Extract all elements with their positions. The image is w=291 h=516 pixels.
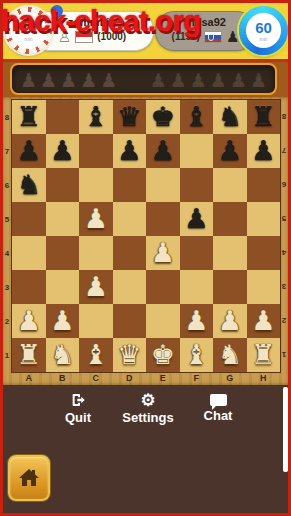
file-label: D — [113, 372, 147, 385]
chess-piece-black-r[interactable]: ♜ — [17, 100, 41, 134]
chess-piece-white-b[interactable]: ♝ — [84, 338, 108, 372]
board-square[interactable] — [247, 236, 281, 270]
watermark: hack-cheat.org — [1, 4, 200, 38]
chess-piece-black-p[interactable]: ♟ — [184, 202, 208, 236]
board-square[interactable]: ♟ — [46, 134, 80, 168]
chess-piece-black-b[interactable]: ♝ — [184, 100, 208, 134]
file-label: G — [213, 372, 247, 385]
board-square[interactable]: ♟ — [247, 134, 281, 168]
board-square[interactable] — [146, 202, 180, 236]
board-square[interactable] — [180, 168, 214, 202]
settings-label: Settings — [122, 410, 173, 425]
rank-label: 6 — [3, 168, 11, 202]
board-square[interactable] — [79, 236, 113, 270]
ghost-piece: ♟ — [170, 67, 187, 93]
board-square[interactable] — [46, 168, 80, 202]
board-square[interactable] — [146, 304, 180, 338]
quit-exit-icon — [70, 392, 86, 408]
board-square[interactable] — [12, 202, 46, 236]
board-square[interactable]: ♚ — [146, 100, 180, 134]
rank-labels-right: 87654321 — [280, 100, 288, 372]
board-square[interactable]: ♟ — [12, 304, 46, 338]
board-square[interactable]: ♟ — [146, 236, 180, 270]
board-square[interactable]: ♟ — [180, 202, 214, 236]
rank-label: 5 — [3, 202, 11, 236]
board-square[interactable] — [213, 236, 247, 270]
board-square[interactable] — [12, 270, 46, 304]
rank-label: 1 — [280, 338, 288, 372]
board-square[interactable]: ♛ — [113, 100, 147, 134]
chess-piece-white-q[interactable]: ♛ — [117, 338, 141, 372]
ghost-piece: ♟ — [150, 67, 167, 93]
board-square[interactable] — [247, 202, 281, 236]
board-square[interactable]: ♜ — [247, 100, 281, 134]
board-square[interactable] — [113, 304, 147, 338]
board-square[interactable]: ♟ — [113, 134, 147, 168]
chess-piece-black-k[interactable]: ♚ — [151, 100, 175, 134]
board-square[interactable]: ♞ — [12, 168, 46, 202]
board-square[interactable]: ♟ — [247, 304, 281, 338]
chess-piece-black-p[interactable]: ♟ — [218, 134, 242, 168]
ghost-piece: ♟ — [60, 67, 77, 93]
quit-button[interactable]: Quit — [48, 392, 108, 425]
board-square[interactable]: ♞ — [213, 100, 247, 134]
scrollbar[interactable] — [283, 387, 288, 472]
slovenia-flag-icon — [204, 31, 222, 43]
board-square[interactable]: ♝ — [180, 338, 214, 372]
captured-pieces-tray: ♟♟♟♟♟ ♟♟♟♟♟♟ — [10, 63, 277, 95]
settings-gear-icon: ⚙ — [140, 392, 155, 408]
chess-piece-black-p[interactable]: ♟ — [17, 134, 41, 168]
board-square[interactable] — [247, 168, 281, 202]
file-label: H — [247, 372, 281, 385]
captured-white-side-ghosts: ♟♟♟♟♟ — [20, 67, 117, 93]
board-square[interactable]: ♟ — [213, 134, 247, 168]
board-square[interactable] — [79, 168, 113, 202]
rank-label: 4 — [3, 236, 11, 270]
file-label: E — [146, 372, 180, 385]
rank-label: 4 — [280, 236, 288, 270]
chess-piece-white-p[interactable]: ♟ — [151, 236, 175, 270]
board-square[interactable]: ♝ — [79, 100, 113, 134]
board-square[interactable] — [46, 270, 80, 304]
rank-label: 1 — [3, 338, 11, 372]
board-square[interactable]: ♜ — [12, 100, 46, 134]
board-square[interactable] — [79, 304, 113, 338]
file-labels-bottom: ABCDEFGH — [12, 372, 280, 385]
rank-label: 5 — [280, 202, 288, 236]
rank-label: 3 — [280, 270, 288, 304]
rank-label: 7 — [3, 134, 11, 168]
ghost-piece: ♟ — [190, 67, 207, 93]
board-square[interactable] — [180, 134, 214, 168]
black-pawn-icon: ♟ — [226, 29, 239, 44]
black-time-unit: min — [239, 36, 288, 42]
board-square[interactable] — [113, 168, 147, 202]
board-square[interactable]: ♟ — [79, 202, 113, 236]
board-square[interactable]: ♟ — [146, 134, 180, 168]
quit-label: Quit — [65, 410, 91, 425]
board-square[interactable] — [180, 236, 214, 270]
chess-piece-black-p[interactable]: ♟ — [251, 134, 275, 168]
board-square[interactable] — [113, 202, 147, 236]
home-button[interactable] — [8, 455, 50, 501]
board-frame: 87654321 87654321 ♜♝♛♚♝♞♜♟♟♟♟♟♟♞♟♟♟♟♟♟♟♟… — [2, 97, 289, 385]
chess-piece-white-r[interactable]: ♜ — [17, 338, 41, 372]
chat-label: Chat — [204, 408, 233, 423]
board-square[interactable]: ♟ — [213, 304, 247, 338]
ghost-piece: ♟ — [40, 67, 57, 93]
chess-piece-black-p[interactable]: ♟ — [151, 134, 175, 168]
board-square[interactable] — [113, 270, 147, 304]
home-house-icon — [17, 466, 41, 490]
chess-piece-white-n[interactable]: ♞ — [50, 338, 74, 372]
board-square[interactable] — [46, 236, 80, 270]
chess-piece-black-b[interactable]: ♝ — [84, 100, 108, 134]
black-time-value: 60 — [239, 19, 288, 36]
board-square[interactable]: ♟ — [46, 304, 80, 338]
ghost-piece: ♟ — [250, 67, 267, 93]
board-square[interactable]: ♟ — [180, 304, 214, 338]
chat-button[interactable]: Chat — [188, 392, 248, 423]
chat-bubble-icon — [210, 394, 227, 406]
captured-black-side-ghosts: ♟♟♟♟♟♟ — [150, 67, 267, 93]
board-square[interactable] — [247, 270, 281, 304]
chess-piece-black-q[interactable]: ♛ — [117, 100, 141, 134]
chess-piece-black-n[interactable]: ♞ — [218, 100, 242, 134]
chess-piece-white-n[interactable]: ♞ — [218, 338, 242, 372]
board-square[interactable] — [46, 100, 80, 134]
file-label: F — [180, 372, 214, 385]
chess-piece-white-b[interactable]: ♝ — [184, 338, 208, 372]
board-square[interactable]: ♚ — [146, 338, 180, 372]
board-square[interactable]: ♟ — [79, 270, 113, 304]
chess-board[interactable]: ♜♝♛♚♝♞♜♟♟♟♟♟♟♞♟♟♟♟♟♟♟♟♟♜♞♝♛♚♝♞♜ — [12, 100, 280, 372]
rank-label: 8 — [280, 100, 288, 134]
ghost-piece: ♟ — [230, 67, 247, 93]
rank-labels-left: 87654321 — [3, 100, 11, 372]
board-square[interactable]: ♜ — [12, 338, 46, 372]
board-square[interactable] — [213, 168, 247, 202]
rank-label: 8 — [3, 100, 11, 134]
ghost-piece: ♟ — [80, 67, 97, 93]
chess-piece-white-r[interactable]: ♜ — [251, 338, 275, 372]
app-screen: zommbio ♙ (1000) 10 min musa92 (1197) ♟ … — [0, 0, 291, 516]
board-square[interactable] — [146, 270, 180, 304]
board-square[interactable]: ♝ — [79, 338, 113, 372]
board-square[interactable] — [146, 168, 180, 202]
board-square[interactable]: ♛ — [113, 338, 147, 372]
chess-piece-white-k[interactable]: ♚ — [151, 338, 175, 372]
chess-piece-white-p[interactable]: ♟ — [50, 304, 74, 338]
board-square[interactable] — [12, 236, 46, 270]
board-square[interactable]: ♞ — [213, 338, 247, 372]
board-square[interactable] — [180, 270, 214, 304]
file-label: A — [12, 372, 46, 385]
board-square[interactable]: ♝ — [180, 100, 214, 134]
chess-piece-black-n[interactable]: ♞ — [17, 168, 41, 202]
rank-label: 2 — [280, 304, 288, 338]
file-label: C — [79, 372, 113, 385]
chess-piece-white-p[interactable]: ♟ — [84, 202, 108, 236]
board-square[interactable] — [113, 236, 147, 270]
settings-button[interactable]: ⚙ Settings — [118, 392, 178, 425]
board-square[interactable] — [213, 270, 247, 304]
file-label: B — [46, 372, 80, 385]
board-square[interactable] — [79, 134, 113, 168]
board-square[interactable]: ♟ — [12, 134, 46, 168]
chess-piece-white-p[interactable]: ♟ — [84, 270, 108, 304]
board-square[interactable] — [213, 202, 247, 236]
chess-piece-white-p[interactable]: ♟ — [218, 304, 242, 338]
chess-piece-white-p[interactable]: ♟ — [251, 304, 275, 338]
board-square[interactable] — [46, 202, 80, 236]
ghost-piece: ♟ — [100, 67, 117, 93]
divider-line — [0, 59, 291, 62]
chess-piece-black-p[interactable]: ♟ — [50, 134, 74, 168]
rank-label: 7 — [280, 134, 288, 168]
black-timer-clock: 60 min — [239, 6, 288, 55]
ghost-piece: ♟ — [210, 67, 227, 93]
chess-piece-black-r[interactable]: ♜ — [251, 100, 275, 134]
board-section: ♟♟♟♟♟ ♟♟♟♟♟♟ 87654321 87654321 ♜♝♛♚♝♞♜♟♟… — [0, 61, 291, 385]
bottom-bar: Quit ⚙ Settings Chat — [0, 385, 291, 516]
board-square[interactable]: ♜ — [247, 338, 281, 372]
rank-label: 2 — [3, 304, 11, 338]
chess-piece-white-p[interactable]: ♟ — [17, 304, 41, 338]
rank-label: 3 — [3, 270, 11, 304]
chess-piece-black-p[interactable]: ♟ — [117, 134, 141, 168]
rank-label: 6 — [280, 168, 288, 202]
ghost-piece: ♟ — [20, 67, 37, 93]
chess-piece-white-p[interactable]: ♟ — [184, 304, 208, 338]
board-square[interactable]: ♞ — [46, 338, 80, 372]
